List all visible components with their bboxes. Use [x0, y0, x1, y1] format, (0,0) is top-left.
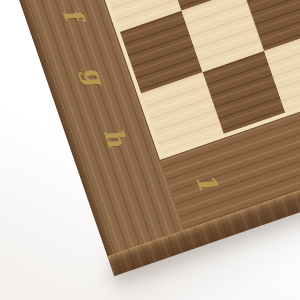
product-photo-background: fgh1: [0, 0, 300, 300]
chess-board: fgh1: [0, 0, 300, 254]
